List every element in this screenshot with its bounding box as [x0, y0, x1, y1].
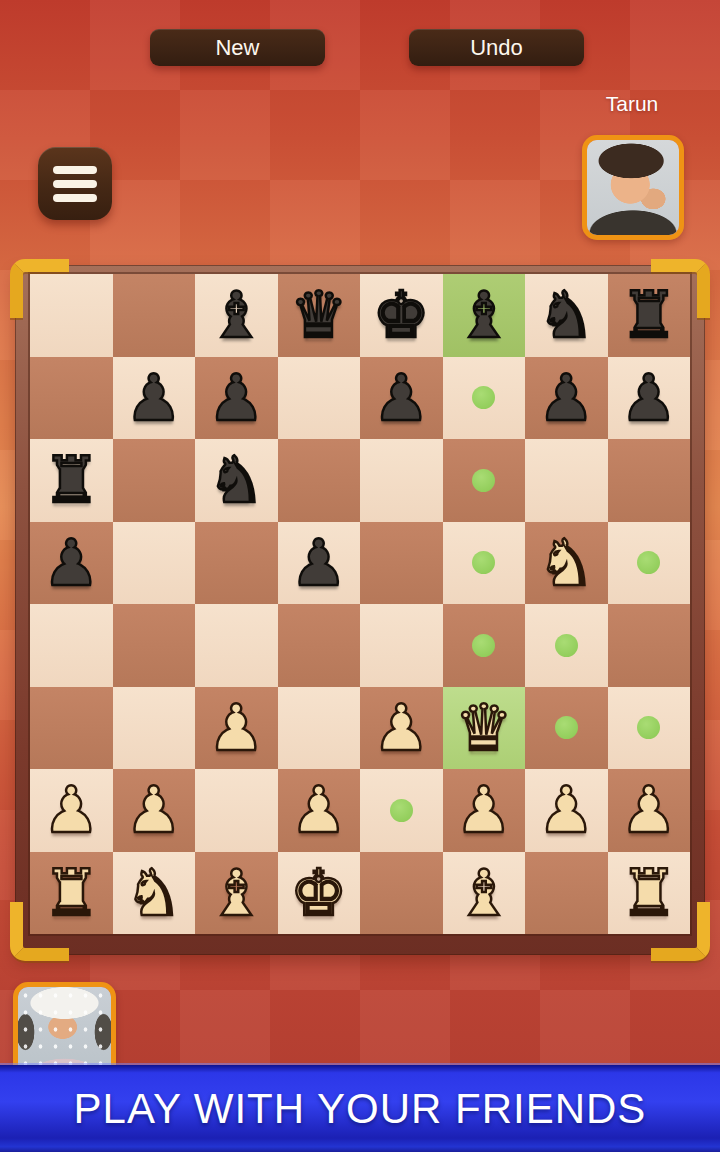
- square-h6[interactable]: [608, 439, 691, 522]
- square-h3[interactable]: [608, 687, 691, 770]
- piece-white-bishop-f1[interactable]: ♝: [443, 852, 526, 935]
- square-d4[interactable]: [278, 604, 361, 687]
- square-b2[interactable]: ♟: [113, 769, 196, 852]
- square-b5[interactable]: [113, 522, 196, 605]
- piece-black-pawn-h7[interactable]: ♟: [608, 357, 691, 440]
- piece-black-pawn-c7[interactable]: ♟: [195, 357, 278, 440]
- chess-board: ♝♛♚♝♞♜♟♟♟♟♟♜♞♟♟♞♟♟♛♟♟♟♟♟♟♜♞♝♚♝♜: [30, 274, 690, 934]
- square-e6[interactable]: [360, 439, 443, 522]
- square-h2[interactable]: ♟: [608, 769, 691, 852]
- piece-white-pawn-h2[interactable]: ♟: [608, 769, 691, 852]
- move-dot-f4: [472, 634, 495, 657]
- square-d6[interactable]: [278, 439, 361, 522]
- square-h7[interactable]: ♟: [608, 357, 691, 440]
- square-e4[interactable]: [360, 604, 443, 687]
- square-b4[interactable]: [113, 604, 196, 687]
- piece-white-rook-a1[interactable]: ♜: [30, 852, 113, 935]
- square-a8[interactable]: [30, 274, 113, 357]
- piece-white-pawn-a2[interactable]: ♟: [30, 769, 113, 852]
- piece-black-queen-d8[interactable]: ♛: [278, 274, 361, 357]
- move-dot-g4: [555, 634, 578, 657]
- square-b8[interactable]: [113, 274, 196, 357]
- square-e1[interactable]: [360, 852, 443, 935]
- opponent-avatar[interactable]: [582, 135, 684, 240]
- piece-black-rook-h8[interactable]: ♜: [608, 274, 691, 357]
- square-c6[interactable]: ♞: [195, 439, 278, 522]
- piece-black-knight-g8[interactable]: ♞: [525, 274, 608, 357]
- square-c2[interactable]: [195, 769, 278, 852]
- square-f8[interactable]: ♝: [443, 274, 526, 357]
- square-g2[interactable]: ♟: [525, 769, 608, 852]
- square-f4[interactable]: [443, 604, 526, 687]
- opponent-photo: [587, 140, 679, 235]
- move-dot-e2: [390, 799, 413, 822]
- piece-black-pawn-g7[interactable]: ♟: [525, 357, 608, 440]
- square-e2[interactable]: [360, 769, 443, 852]
- square-e8[interactable]: ♚: [360, 274, 443, 357]
- piece-black-rook-a6[interactable]: ♜: [30, 439, 113, 522]
- square-a4[interactable]: [30, 604, 113, 687]
- square-d5[interactable]: ♟: [278, 522, 361, 605]
- square-c5[interactable]: [195, 522, 278, 605]
- square-e5[interactable]: [360, 522, 443, 605]
- square-f5[interactable]: [443, 522, 526, 605]
- square-b3[interactable]: [113, 687, 196, 770]
- piece-white-knight-b1[interactable]: ♞: [113, 852, 196, 935]
- square-d1[interactable]: ♚: [278, 852, 361, 935]
- menu-button[interactable]: [38, 147, 112, 220]
- piece-black-king-e8[interactable]: ♚: [360, 274, 443, 357]
- square-f7[interactable]: [443, 357, 526, 440]
- piece-white-king-d1[interactable]: ♚: [278, 852, 361, 935]
- new-game-button[interactable]: New: [150, 29, 325, 66]
- piece-white-pawn-c3[interactable]: ♟: [195, 687, 278, 770]
- piece-white-pawn-b2[interactable]: ♟: [113, 769, 196, 852]
- piece-white-knight-g5[interactable]: ♞: [525, 522, 608, 605]
- square-e7[interactable]: ♟: [360, 357, 443, 440]
- move-dot-f6: [472, 469, 495, 492]
- square-d8[interactable]: ♛: [278, 274, 361, 357]
- piece-black-pawn-b7[interactable]: ♟: [113, 357, 196, 440]
- square-c3[interactable]: ♟: [195, 687, 278, 770]
- square-d3[interactable]: [278, 687, 361, 770]
- piece-white-pawn-d2[interactable]: ♟: [278, 769, 361, 852]
- square-c4[interactable]: [195, 604, 278, 687]
- square-g8[interactable]: ♞: [525, 274, 608, 357]
- move-dot-h5: [637, 551, 660, 574]
- piece-black-knight-c6[interactable]: ♞: [195, 439, 278, 522]
- piece-white-pawn-f2[interactable]: ♟: [443, 769, 526, 852]
- square-g3[interactable]: [525, 687, 608, 770]
- piece-white-queen-f3[interactable]: ♛: [443, 687, 526, 770]
- square-a5[interactable]: ♟: [30, 522, 113, 605]
- square-h1[interactable]: ♜: [608, 852, 691, 935]
- undo-button[interactable]: Undo: [409, 29, 584, 66]
- square-b6[interactable]: [113, 439, 196, 522]
- square-c1[interactable]: ♝: [195, 852, 278, 935]
- move-dot-h3: [637, 716, 660, 739]
- piece-black-bishop-c8[interactable]: ♝: [195, 274, 278, 357]
- square-f3[interactable]: ♛: [443, 687, 526, 770]
- square-f2[interactable]: ♟: [443, 769, 526, 852]
- square-g1[interactable]: [525, 852, 608, 935]
- square-a1[interactable]: ♜: [30, 852, 113, 935]
- square-h8[interactable]: ♜: [608, 274, 691, 357]
- piece-black-pawn-d5[interactable]: ♟: [278, 522, 361, 605]
- square-e3[interactable]: ♟: [360, 687, 443, 770]
- chess-board-frame: ♝♛♚♝♞♜♟♟♟♟♟♜♞♟♟♞♟♟♛♟♟♟♟♟♟♜♞♝♚♝♜: [15, 265, 705, 955]
- square-b1[interactable]: ♞: [113, 852, 196, 935]
- piece-black-pawn-a5[interactable]: ♟: [30, 522, 113, 605]
- square-a7[interactable]: [30, 357, 113, 440]
- square-a3[interactable]: [30, 687, 113, 770]
- move-dot-f5: [472, 551, 495, 574]
- square-c7[interactable]: ♟: [195, 357, 278, 440]
- piece-black-pawn-e7[interactable]: ♟: [360, 357, 443, 440]
- square-c8[interactable]: ♝: [195, 274, 278, 357]
- square-d2[interactable]: ♟: [278, 769, 361, 852]
- app-screen: New Undo Tarun ♝♛♚♝♞♜♟♟♟♟♟♜♞♟♟♞♟♟♛♟♟♟♟♟♟…: [0, 0, 720, 1152]
- square-a2[interactable]: ♟: [30, 769, 113, 852]
- square-b7[interactable]: ♟: [113, 357, 196, 440]
- play-with-friends-banner[interactable]: PLAY WITH YOUR FRIENDS: [0, 1065, 720, 1152]
- piece-black-bishop-f8[interactable]: ♝: [443, 274, 526, 357]
- piece-white-pawn-g2[interactable]: ♟: [525, 769, 608, 852]
- square-d7[interactable]: [278, 357, 361, 440]
- square-f1[interactable]: ♝: [443, 852, 526, 935]
- square-f6[interactable]: [443, 439, 526, 522]
- piece-white-bishop-c1[interactable]: ♝: [195, 852, 278, 935]
- piece-white-pawn-e3[interactable]: ♟: [360, 687, 443, 770]
- square-h4[interactable]: [608, 604, 691, 687]
- square-g7[interactable]: ♟: [525, 357, 608, 440]
- piece-white-rook-h1[interactable]: ♜: [608, 852, 691, 935]
- move-dot-f7: [472, 386, 495, 409]
- square-a6[interactable]: ♜: [30, 439, 113, 522]
- square-g4[interactable]: [525, 604, 608, 687]
- square-g5[interactable]: ♞: [525, 522, 608, 605]
- square-g6[interactable]: [525, 439, 608, 522]
- move-dot-g3: [555, 716, 578, 739]
- opponent-name: Tarun: [582, 92, 682, 116]
- square-h5[interactable]: [608, 522, 691, 605]
- banner-label: PLAY WITH YOUR FRIENDS: [74, 1085, 647, 1133]
